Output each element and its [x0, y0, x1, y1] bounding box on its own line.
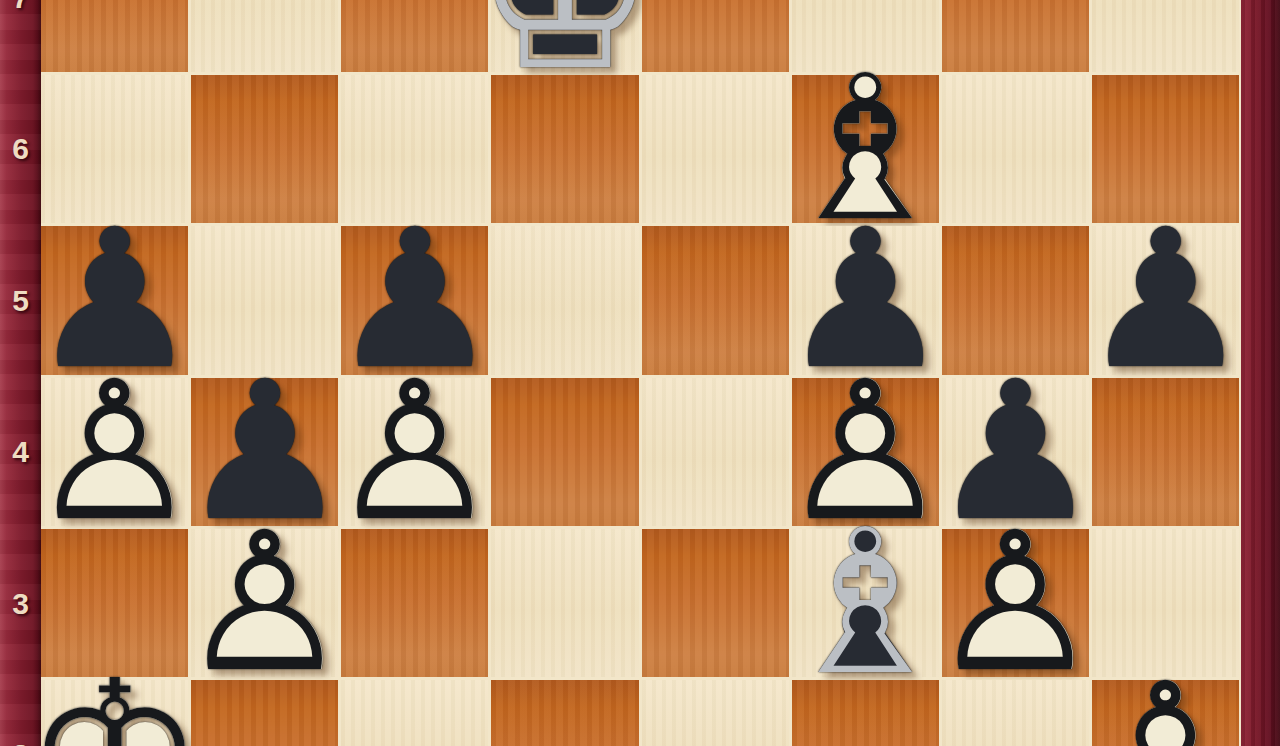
- square-b7[interactable]: [191, 0, 338, 72]
- square-g7[interactable]: [942, 0, 1089, 72]
- rank-label-5: 5: [0, 286, 41, 316]
- piece-glyph-outline: ♙: [942, 529, 1089, 677]
- square-d4[interactable]: [491, 378, 638, 526]
- square-c4[interactable]: ♟♙: [341, 378, 488, 526]
- square-h4[interactable]: [1092, 378, 1239, 526]
- square-a7[interactable]: [41, 0, 188, 72]
- rank-label-6: 6: [0, 134, 41, 164]
- piece-glyph-outline: ♔: [41, 680, 188, 746]
- square-d6[interactable]: [491, 75, 638, 223]
- square-g3[interactable]: ♟♙: [942, 529, 1089, 677]
- square-b3[interactable]: ♟♙: [191, 529, 338, 677]
- piece-glyph-fill: ♟: [1092, 226, 1239, 374]
- piece-glyph-outline: ♗: [792, 529, 939, 677]
- piece-glyph-outline: ♙: [341, 378, 488, 526]
- square-a2[interactable]: ♚♔: [41, 680, 188, 746]
- square-e5[interactable]: [642, 226, 789, 374]
- square-d7[interactable]: ♚♔: [491, 0, 638, 72]
- piece-white-pawn[interactable]: ♟♙: [1092, 680, 1239, 746]
- square-d3[interactable]: [491, 529, 638, 677]
- piece-white-pawn[interactable]: ♟♙: [942, 529, 1089, 677]
- board-frame-left: 765432: [0, 0, 41, 746]
- piece-glyph-outline: ♔: [491, 0, 638, 72]
- square-e3[interactable]: [642, 529, 789, 677]
- piece-black-pawn[interactable]: ♟♙: [1092, 226, 1239, 374]
- square-g6[interactable]: [942, 75, 1089, 223]
- square-b2[interactable]: [191, 680, 338, 746]
- square-c7[interactable]: [341, 0, 488, 72]
- square-d2[interactable]: [491, 680, 638, 746]
- piece-glyph-outline: ♙: [41, 378, 188, 526]
- board-frame-right: [1241, 0, 1280, 746]
- piece-white-pawn[interactable]: ♟♙: [41, 378, 188, 526]
- piece-black-bishop[interactable]: ♝♗: [792, 529, 939, 677]
- square-c3[interactable]: [341, 529, 488, 677]
- square-h5[interactable]: ♟♙: [1092, 226, 1239, 374]
- square-c2[interactable]: [341, 680, 488, 746]
- square-e4[interactable]: [642, 378, 789, 526]
- square-h7[interactable]: [1092, 0, 1239, 72]
- square-b6[interactable]: [191, 75, 338, 223]
- square-f2[interactable]: [792, 680, 939, 746]
- rank-label-2: 2: [0, 740, 41, 746]
- square-d5[interactable]: [491, 226, 638, 374]
- piece-glyph-outline: ♙: [191, 529, 338, 677]
- piece-white-pawn[interactable]: ♟♙: [191, 529, 338, 677]
- piece-glyph-outline: ♙: [1092, 680, 1239, 746]
- square-e7[interactable]: [642, 0, 789, 72]
- square-a4[interactable]: ♟♙: [41, 378, 188, 526]
- rank-label-4: 4: [0, 437, 41, 467]
- rank-label-3: 3: [0, 589, 41, 619]
- square-e6[interactable]: [642, 75, 789, 223]
- piece-white-pawn[interactable]: ♟♙: [341, 378, 488, 526]
- board-grid: ♚♔♝♗♟♙♟♙♟♙♟♙♟♙♟♙♟♙♟♙♟♙♟♙♝♗♟♙♚♔♟♙: [41, 0, 1241, 746]
- square-f3[interactable]: ♝♗: [792, 529, 939, 677]
- square-e2[interactable]: [642, 680, 789, 746]
- piece-white-king[interactable]: ♚♔: [41, 680, 188, 746]
- rank-label-7: 7: [0, 0, 41, 13]
- square-g2[interactable]: [942, 680, 1089, 746]
- chess-board-view: ♚♔♝♗♟♙♟♙♟♙♟♙♟♙♟♙♟♙♟♙♟♙♟♙♝♗♟♙♚♔♟♙ 765432: [0, 0, 1280, 746]
- square-h2[interactable]: ♟♙: [1092, 680, 1239, 746]
- piece-black-king[interactable]: ♚♔: [491, 0, 638, 72]
